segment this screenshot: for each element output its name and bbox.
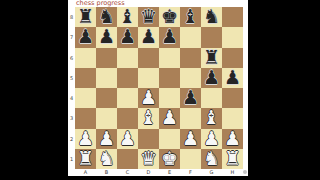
white-bishop: ♝ xyxy=(203,108,220,127)
square-g1[interactable]: ♞ xyxy=(201,149,222,169)
black-king: ♚ xyxy=(161,7,178,26)
square-a1[interactable]: ♜ xyxy=(75,149,96,169)
black-bishop: ♝ xyxy=(182,7,199,26)
rank-label-5: 5 xyxy=(68,68,75,88)
square-g7[interactable] xyxy=(201,27,222,47)
white-knight: ♞ xyxy=(98,149,115,168)
rank-label-8: 8 xyxy=(68,7,75,27)
square-d6[interactable] xyxy=(138,48,159,68)
square-a4[interactable] xyxy=(75,88,96,108)
black-pawn: ♟ xyxy=(182,88,199,107)
square-e8[interactable]: ♚ xyxy=(159,7,180,27)
square-f6[interactable] xyxy=(180,48,201,68)
white-pawn: ♟ xyxy=(119,129,136,148)
square-d5[interactable] xyxy=(138,68,159,88)
video-frame-panel: chess progress 87654321 ♜♞♝♛♚♝♞♟♟♟♟♟♜♟♟♟… xyxy=(68,0,248,176)
white-bishop: ♝ xyxy=(140,108,157,127)
white-rook: ♜ xyxy=(77,149,94,168)
square-d8[interactable]: ♛ xyxy=(138,7,159,27)
white-pawn: ♟ xyxy=(224,129,241,148)
square-a5[interactable] xyxy=(75,68,96,88)
black-pawn: ♟ xyxy=(224,68,241,87)
file-label-e: E xyxy=(159,169,180,176)
square-a2[interactable]: ♟ xyxy=(75,129,96,149)
rank-labels: 87654321 xyxy=(68,7,75,169)
square-g6[interactable]: ♜ xyxy=(201,48,222,68)
white-pawn: ♟ xyxy=(140,88,157,107)
square-f5[interactable] xyxy=(180,68,201,88)
black-pawn: ♟ xyxy=(140,27,157,46)
square-d1[interactable]: ♛ xyxy=(138,149,159,169)
square-c4[interactable] xyxy=(117,88,138,108)
file-labels: ABCDEFGH xyxy=(75,169,243,176)
letterbox-left xyxy=(0,0,68,180)
square-a3[interactable] xyxy=(75,108,96,128)
square-a6[interactable] xyxy=(75,48,96,68)
square-b8[interactable]: ♞ xyxy=(96,7,117,27)
file-label-h: H xyxy=(222,169,243,176)
square-b2[interactable]: ♟ xyxy=(96,129,117,149)
square-h3[interactable] xyxy=(222,108,243,128)
square-g3[interactable]: ♝ xyxy=(201,108,222,128)
square-f3[interactable] xyxy=(180,108,201,128)
black-rook: ♜ xyxy=(203,48,220,67)
square-f2[interactable]: ♟ xyxy=(180,129,201,149)
square-d4[interactable]: ♟ xyxy=(138,88,159,108)
white-rook: ♜ xyxy=(224,149,241,168)
file-label-f: F xyxy=(180,169,201,176)
square-h4[interactable] xyxy=(222,88,243,108)
square-h5[interactable]: ♟ xyxy=(222,68,243,88)
square-e5[interactable] xyxy=(159,68,180,88)
square-b1[interactable]: ♞ xyxy=(96,149,117,169)
square-h1[interactable]: ♜ xyxy=(222,149,243,169)
square-b3[interactable] xyxy=(96,108,117,128)
square-d7[interactable]: ♟ xyxy=(138,27,159,47)
square-c5[interactable] xyxy=(117,68,138,88)
square-c3[interactable] xyxy=(117,108,138,128)
black-bishop: ♝ xyxy=(119,7,136,26)
white-king: ♚ xyxy=(161,149,178,168)
white-queen: ♛ xyxy=(140,149,157,168)
square-f1[interactable] xyxy=(180,149,201,169)
square-b4[interactable] xyxy=(96,88,117,108)
square-f7[interactable] xyxy=(180,27,201,47)
square-h7[interactable] xyxy=(222,27,243,47)
square-c2[interactable]: ♟ xyxy=(117,129,138,149)
square-g2[interactable]: ♟ xyxy=(201,129,222,149)
square-c8[interactable]: ♝ xyxy=(117,7,138,27)
rank-label-4: 4 xyxy=(68,88,75,108)
file-label-b: B xyxy=(96,169,117,176)
square-d3[interactable]: ♝ xyxy=(138,108,159,128)
square-h8[interactable] xyxy=(222,7,243,27)
black-pawn: ♟ xyxy=(203,68,220,87)
white-knight: ♞ xyxy=(203,149,220,168)
square-h6[interactable] xyxy=(222,48,243,68)
square-a8[interactable]: ♜ xyxy=(75,7,96,27)
white-pawn: ♟ xyxy=(98,129,115,148)
rank-label-2: 2 xyxy=(68,129,75,149)
rank-label-6: 6 xyxy=(68,48,75,68)
black-queen: ♛ xyxy=(140,7,157,26)
rank-label-7: 7 xyxy=(68,27,75,47)
black-pawn: ♟ xyxy=(119,27,136,46)
square-f4[interactable]: ♟ xyxy=(180,88,201,108)
letterbox-right xyxy=(248,0,320,180)
black-knight: ♞ xyxy=(98,7,115,26)
square-c7[interactable]: ♟ xyxy=(117,27,138,47)
square-e1[interactable]: ♚ xyxy=(159,149,180,169)
white-pawn: ♟ xyxy=(203,129,220,148)
file-label-a: A xyxy=(75,169,96,176)
square-g4[interactable] xyxy=(201,88,222,108)
square-c6[interactable] xyxy=(117,48,138,68)
square-e7[interactable]: ♟ xyxy=(159,27,180,47)
square-e4[interactable] xyxy=(159,88,180,108)
rank-label-1: 1 xyxy=(68,149,75,169)
file-label-g: G xyxy=(201,169,222,176)
white-pawn: ♟ xyxy=(161,108,178,127)
chess-board: ♜♞♝♛♚♝♞♟♟♟♟♟♜♟♟♟♟♝♟♝♟♟♟♟♟♟♜♞♛♚♞♜ xyxy=(75,7,243,169)
black-pawn: ♟ xyxy=(98,27,115,46)
square-a7[interactable]: ♟ xyxy=(75,27,96,47)
square-b7[interactable]: ♟ xyxy=(96,27,117,47)
black-pawn: ♟ xyxy=(77,27,94,46)
rank-label-3: 3 xyxy=(68,108,75,128)
square-f8[interactable]: ♝ xyxy=(180,7,201,27)
corner-dot xyxy=(243,170,247,174)
square-g8[interactable]: ♞ xyxy=(201,7,222,27)
square-e3[interactable]: ♟ xyxy=(159,108,180,128)
black-knight: ♞ xyxy=(203,7,220,26)
square-d2[interactable] xyxy=(138,129,159,149)
file-label-d: D xyxy=(138,169,159,176)
black-rook: ♜ xyxy=(77,7,94,26)
file-label-c: C xyxy=(117,169,138,176)
square-e6[interactable] xyxy=(159,48,180,68)
white-pawn: ♟ xyxy=(77,129,94,148)
square-b6[interactable] xyxy=(96,48,117,68)
square-c1[interactable] xyxy=(117,149,138,169)
square-e2[interactable] xyxy=(159,129,180,149)
white-pawn: ♟ xyxy=(182,129,199,148)
square-g5[interactable]: ♟ xyxy=(201,68,222,88)
square-b5[interactable] xyxy=(96,68,117,88)
black-pawn: ♟ xyxy=(161,27,178,46)
square-h2[interactable]: ♟ xyxy=(222,129,243,149)
